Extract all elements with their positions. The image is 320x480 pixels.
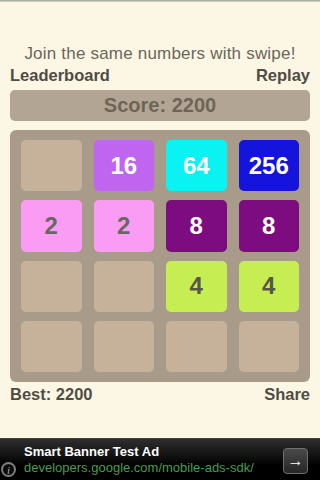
status-bar (0, 0, 320, 2)
tile-4: 4 (166, 261, 227, 312)
board-grid[interactable]: 1664256228844 (10, 130, 310, 382)
tile-256: 256 (239, 140, 300, 191)
empty-cell (21, 321, 82, 372)
tile-64: 64 (166, 140, 227, 191)
empty-cell (94, 261, 155, 312)
tile-2: 2 (94, 200, 155, 251)
info-icon[interactable]: i (1, 462, 16, 477)
score-bar: Score: 2200 (10, 90, 310, 121)
bottom-bar: Best: 2200 Share (10, 385, 310, 404)
app-screen: Join the same numbers with swipe! Leader… (0, 0, 320, 480)
empty-cell (21, 140, 82, 191)
ad-banner[interactable]: Smart Banner Test Ad developers.google.c… (0, 438, 320, 480)
score-text: Score: 2200 (104, 94, 216, 117)
tile-8: 8 (239, 200, 300, 251)
replay-button[interactable]: Replay (256, 66, 310, 85)
ad-arrow-button[interactable]: → (283, 448, 308, 474)
empty-cell (94, 321, 155, 372)
empty-cell (239, 321, 300, 372)
empty-cell (166, 321, 227, 372)
ad-title: Smart Banner Test Ad (24, 444, 159, 459)
leaderboard-button[interactable]: Leaderboard (10, 66, 110, 85)
ad-url-link[interactable]: developers.google.com/mobile-ads-sdk/ (24, 460, 254, 475)
right-arrow-icon: → (288, 452, 304, 470)
empty-cell (21, 261, 82, 312)
instruction-text: Join the same numbers with swipe! (0, 44, 320, 64)
best-score-text: Best: 2200 (10, 385, 93, 404)
top-nav: Leaderboard Replay (10, 66, 310, 85)
share-button[interactable]: Share (264, 385, 310, 404)
tile-8: 8 (166, 200, 227, 251)
tile-2: 2 (21, 200, 82, 251)
tile-16: 16 (94, 140, 155, 191)
tile-4: 4 (239, 261, 300, 312)
